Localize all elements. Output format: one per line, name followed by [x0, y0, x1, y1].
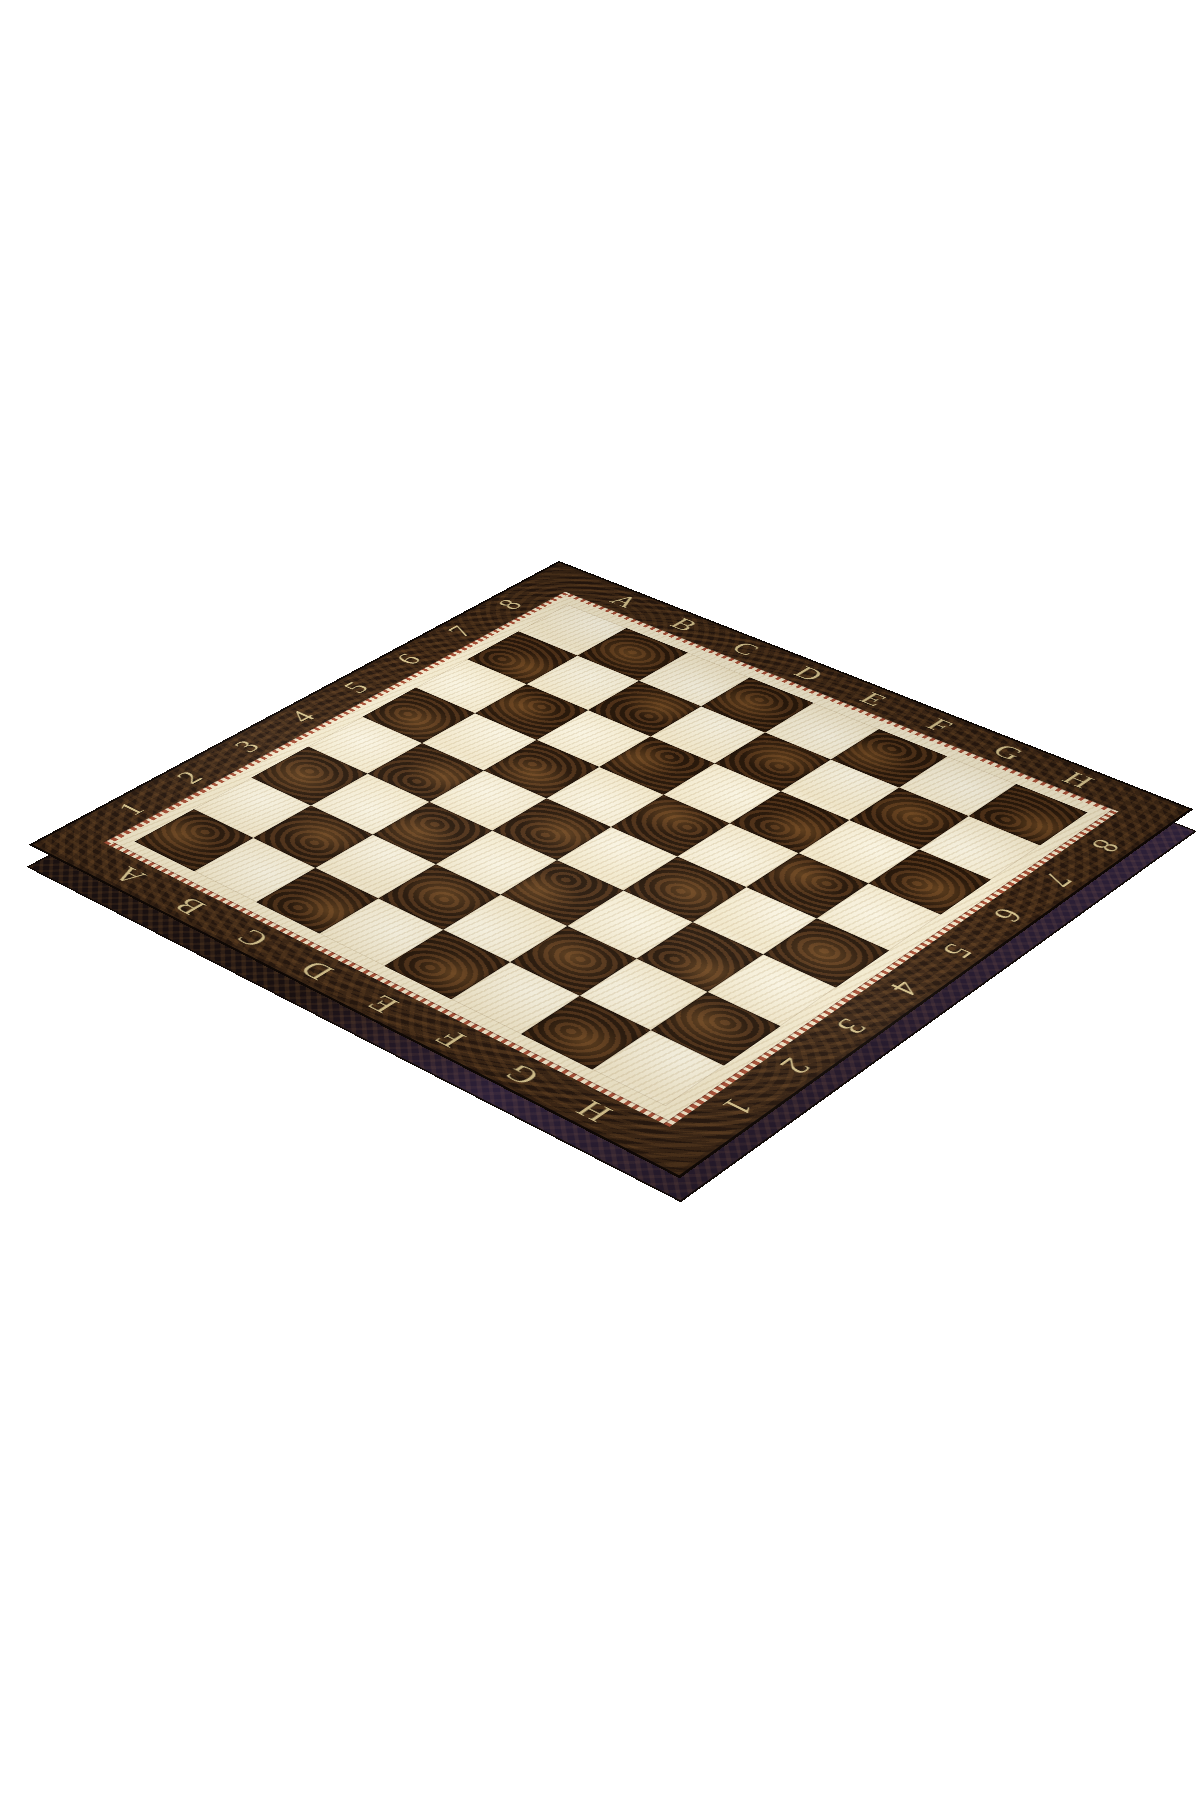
rank-label-5: 5	[336, 678, 376, 697]
rank-label-1: 1	[110, 798, 152, 819]
board-scene: ABCDEFGH 87654321 ABCDEFGH 87654321	[0, 0, 1200, 1800]
file-label-d: D	[292, 956, 343, 985]
file-label-b: B	[664, 614, 705, 634]
file-label-e: E	[359, 990, 407, 1018]
file-label-b: B	[166, 893, 214, 919]
rank-label-4: 4	[881, 976, 930, 1001]
rank-label-3: 3	[226, 737, 267, 757]
rank-label-7: 7	[440, 623, 480, 641]
rank-label-2: 2	[169, 767, 210, 787]
file-label-e: E	[853, 689, 894, 710]
rank-label-5: 5	[933, 939, 981, 963]
page-background: ABCDEFGH 87654321 ABCDEFGH 87654321	[0, 0, 1200, 1800]
rank-label-4: 4	[282, 707, 323, 726]
rank-label-6: 6	[389, 650, 429, 668]
board-perspective-wrapper: ABCDEFGH 87654321 ABCDEFGH 87654321	[0, 0, 1200, 1800]
rank-label-6: 6	[984, 903, 1032, 926]
file-label-a: A	[105, 862, 154, 888]
file-label-h: H	[568, 1095, 621, 1127]
squares-grid	[135, 604, 1088, 1106]
rank-label-3: 3	[827, 1014, 876, 1040]
file-label-f: F	[428, 1025, 475, 1053]
rank-label-1: 1	[713, 1093, 763, 1120]
rank-label-8: 8	[1082, 835, 1129, 857]
rank-label-8: 8	[490, 596, 529, 613]
rank-label-2: 2	[771, 1053, 821, 1080]
file-label-f: F	[920, 715, 959, 736]
file-label-a: A	[603, 591, 645, 611]
file-label-g: G	[495, 1059, 547, 1090]
file-label-c: C	[228, 924, 277, 951]
chessboard: ABCDEFGH 87654321 ABCDEFGH 87654321	[29, 561, 1194, 1178]
file-label-c: C	[725, 638, 766, 659]
rank-label-7: 7	[1034, 868, 1081, 891]
